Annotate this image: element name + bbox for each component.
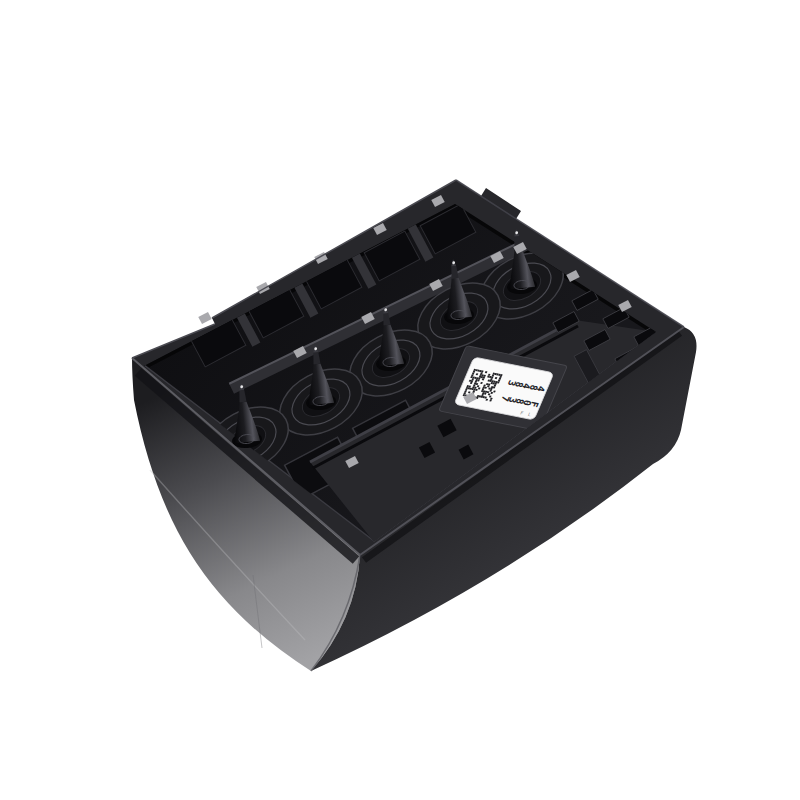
product-photo-stage: 384847380F F L	[0, 0, 800, 800]
highlight-tab-1	[198, 312, 211, 324]
printhead-photo: 384847380F F L	[0, 0, 800, 800]
printhead-body: 384847380F F L	[132, 180, 697, 671]
